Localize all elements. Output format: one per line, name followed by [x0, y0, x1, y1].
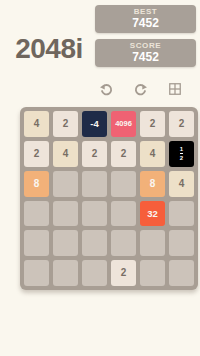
tile-2: 2 — [24, 141, 49, 167]
tile-8: 8 — [140, 171, 165, 197]
empty-cell — [111, 171, 136, 197]
toolbar — [99, 81, 182, 97]
undo-icon[interactable] — [99, 82, 114, 97]
empty-cell — [53, 201, 78, 227]
board[interactable]: 42-44096222422412884322 — [20, 107, 198, 290]
tile-4: 4 — [24, 111, 49, 137]
tile-2: 2 — [53, 111, 78, 137]
empty-cell — [111, 230, 136, 256]
tile-2: 2 — [169, 111, 194, 137]
fraction-value: 12 — [180, 146, 183, 162]
restart-icon[interactable] — [133, 82, 148, 97]
tile-2: 2 — [111, 260, 136, 286]
tile-4096: 4096 — [111, 111, 136, 137]
page-title: 2048i — [12, 33, 86, 65]
empty-cell — [53, 260, 78, 286]
empty-cell — [111, 201, 136, 227]
score-value: 7452 — [132, 51, 159, 65]
empty-cell — [82, 230, 107, 256]
empty-cell — [169, 201, 194, 227]
tile-2: 2 — [111, 141, 136, 167]
empty-cell — [24, 260, 49, 286]
score-panel: SCORE 7452 — [95, 39, 196, 67]
app: 2048i BEST 7452 SCORE 7452 — [0, 0, 200, 356]
tile-32: 32 — [140, 201, 165, 227]
empty-cell — [82, 201, 107, 227]
grid-size-icon[interactable] — [167, 82, 182, 97]
tile-4: 4 — [169, 171, 194, 197]
tile-8: 8 — [24, 171, 49, 197]
empty-cell — [53, 171, 78, 197]
empty-cell — [24, 201, 49, 227]
empty-cell — [140, 260, 165, 286]
empty-cell — [140, 230, 165, 256]
empty-cell — [53, 230, 78, 256]
empty-cell — [169, 230, 194, 256]
tile-2: 2 — [82, 141, 107, 167]
empty-cell — [82, 171, 107, 197]
tile-4: 4 — [53, 141, 78, 167]
tile-1/2: 12 — [169, 141, 194, 167]
best-score-panel: BEST 7452 — [95, 5, 196, 33]
empty-cell — [169, 260, 194, 286]
tile--4: -4 — [82, 111, 107, 137]
best-value: 7452 — [132, 17, 159, 31]
empty-cell — [82, 260, 107, 286]
tile-2: 2 — [140, 111, 165, 137]
tile-4: 4 — [140, 141, 165, 167]
empty-cell — [24, 230, 49, 256]
